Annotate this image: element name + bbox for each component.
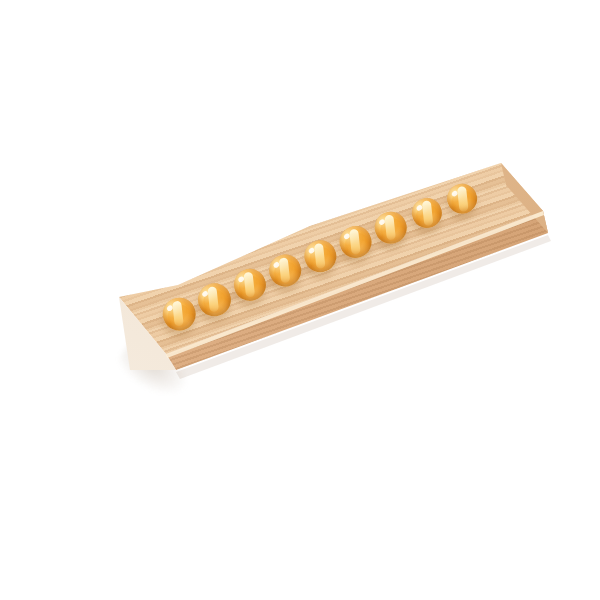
bead-glyph: ● — [442, 179, 482, 220]
amber-bead-9[interactable]: ● — [442, 179, 481, 218]
board-top-face — [0, 0, 600, 600]
amber-bead-8[interactable]: ● — [407, 194, 446, 233]
product-photo-stage: ● ● ● ● ● ● ● ● ● — [0, 0, 600, 600]
